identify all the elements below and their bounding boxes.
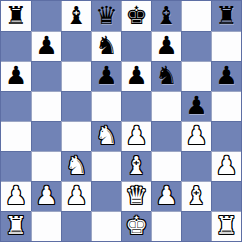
square-a8[interactable]: ♜ [1, 1, 31, 31]
square-g2[interactable]: ♝ [181, 181, 211, 211]
square-d1[interactable] [91, 211, 121, 241]
square-d6[interactable]: ♟ [91, 61, 121, 91]
square-f2[interactable]: ♟ [151, 181, 181, 211]
black-pawn-g5[interactable]: ♟ [185, 93, 207, 118]
square-b2[interactable]: ♟ [31, 181, 61, 211]
square-e4[interactable]: ♟ [121, 121, 151, 151]
white-rook-h1[interactable]: ♜ [215, 213, 237, 238]
chess-board: ♜♝♛♚♝♜♟♞♟♟♟♟♞♟♟♞♟♟♞♝♟♟♟♟♛♟♝♜♚♜ [0, 0, 242, 242]
square-f5[interactable] [151, 91, 181, 121]
square-d5[interactable] [91, 91, 121, 121]
square-a1[interactable]: ♜ [1, 211, 31, 241]
square-a7[interactable] [1, 31, 31, 61]
square-h3[interactable]: ♟ [211, 151, 241, 181]
square-c5[interactable] [61, 91, 91, 121]
square-b7[interactable]: ♟ [31, 31, 61, 61]
square-e8[interactable]: ♚ [121, 1, 151, 31]
white-king-e1[interactable]: ♚ [125, 213, 147, 238]
square-h4[interactable] [211, 121, 241, 151]
white-knight-c3[interactable]: ♞ [65, 153, 87, 178]
white-rook-a1[interactable]: ♜ [5, 213, 27, 238]
square-h2[interactable] [211, 181, 241, 211]
square-f7[interactable]: ♟ [151, 31, 181, 61]
square-c4[interactable] [61, 121, 91, 151]
square-b6[interactable] [31, 61, 61, 91]
square-a4[interactable] [1, 121, 31, 151]
square-b3[interactable] [31, 151, 61, 181]
square-a6[interactable]: ♟ [1, 61, 31, 91]
square-f1[interactable] [151, 211, 181, 241]
square-h5[interactable] [211, 91, 241, 121]
square-g7[interactable] [181, 31, 211, 61]
square-g3[interactable] [181, 151, 211, 181]
square-d2[interactable] [91, 181, 121, 211]
square-e2[interactable]: ♛ [121, 181, 151, 211]
square-c3[interactable]: ♞ [61, 151, 91, 181]
black-queen-d8[interactable]: ♛ [95, 3, 117, 28]
square-f8[interactable]: ♝ [151, 1, 181, 31]
square-a5[interactable] [1, 91, 31, 121]
square-h6[interactable]: ♟ [211, 61, 241, 91]
square-d8[interactable]: ♛ [91, 1, 121, 31]
square-g1[interactable] [181, 211, 211, 241]
black-pawn-e6[interactable]: ♟ [125, 63, 147, 88]
square-b8[interactable] [31, 1, 61, 31]
square-c7[interactable] [61, 31, 91, 61]
white-queen-e2[interactable]: ♛ [125, 183, 147, 208]
square-g4[interactable]: ♟ [181, 121, 211, 151]
black-pawn-a6[interactable]: ♟ [5, 63, 27, 88]
black-pawn-b7[interactable]: ♟ [35, 33, 57, 58]
black-rook-a8[interactable]: ♜ [5, 3, 27, 28]
black-king-e8[interactable]: ♚ [125, 3, 147, 28]
square-d3[interactable] [91, 151, 121, 181]
square-f6[interactable]: ♞ [151, 61, 181, 91]
white-pawn-a2[interactable]: ♟ [5, 183, 27, 208]
white-bishop-g2[interactable]: ♝ [185, 183, 207, 208]
white-pawn-c2[interactable]: ♟ [65, 183, 87, 208]
black-rook-h8[interactable]: ♜ [215, 3, 237, 28]
square-g6[interactable] [181, 61, 211, 91]
black-knight-d7[interactable]: ♞ [95, 33, 117, 58]
white-knight-d4[interactable]: ♞ [95, 123, 117, 148]
square-e6[interactable]: ♟ [121, 61, 151, 91]
black-bishop-c8[interactable]: ♝ [65, 3, 87, 28]
black-pawn-h6[interactable]: ♟ [215, 63, 237, 88]
square-e5[interactable] [121, 91, 151, 121]
square-g5[interactable]: ♟ [181, 91, 211, 121]
white-bishop-e3[interactable]: ♝ [125, 153, 147, 178]
square-a3[interactable] [1, 151, 31, 181]
square-h7[interactable] [211, 31, 241, 61]
square-e7[interactable] [121, 31, 151, 61]
black-bishop-f8[interactable]: ♝ [155, 3, 177, 28]
white-pawn-g4[interactable]: ♟ [185, 123, 207, 148]
square-f4[interactable] [151, 121, 181, 151]
square-h8[interactable]: ♜ [211, 1, 241, 31]
square-b1[interactable] [31, 211, 61, 241]
white-pawn-b2[interactable]: ♟ [35, 183, 57, 208]
square-c6[interactable] [61, 61, 91, 91]
white-pawn-e4[interactable]: ♟ [125, 123, 147, 148]
square-c8[interactable]: ♝ [61, 1, 91, 31]
square-g8[interactable] [181, 1, 211, 31]
white-pawn-h3[interactable]: ♟ [215, 153, 237, 178]
square-e1[interactable]: ♚ [121, 211, 151, 241]
black-pawn-d6[interactable]: ♟ [95, 63, 117, 88]
square-c2[interactable]: ♟ [61, 181, 91, 211]
square-b4[interactable] [31, 121, 61, 151]
square-b5[interactable] [31, 91, 61, 121]
black-knight-f6[interactable]: ♞ [155, 63, 177, 88]
square-d4[interactable]: ♞ [91, 121, 121, 151]
square-h1[interactable]: ♜ [211, 211, 241, 241]
square-c1[interactable] [61, 211, 91, 241]
white-pawn-f2[interactable]: ♟ [155, 183, 177, 208]
square-f3[interactable] [151, 151, 181, 181]
square-e3[interactable]: ♝ [121, 151, 151, 181]
black-pawn-f7[interactable]: ♟ [155, 33, 177, 58]
square-d7[interactable]: ♞ [91, 31, 121, 61]
square-a2[interactable]: ♟ [1, 181, 31, 211]
